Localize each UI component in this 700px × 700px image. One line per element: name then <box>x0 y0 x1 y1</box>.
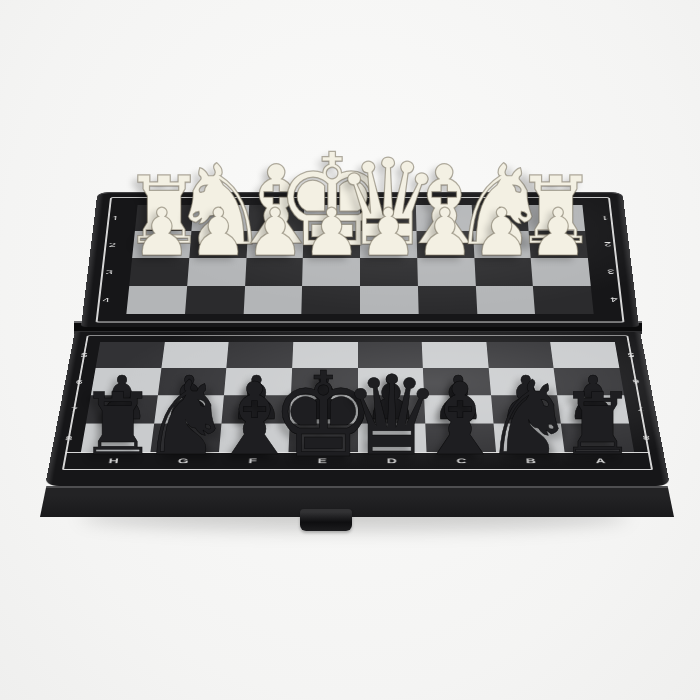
square-g4[interactable] <box>185 286 245 314</box>
piece-white-pawn-e2[interactable]: ♟ <box>302 200 361 266</box>
piece-white-pawn-c2[interactable]: ♟ <box>416 200 475 266</box>
case-front <box>40 486 674 517</box>
piece-white-pawn-d2[interactable]: ♟ <box>359 200 418 266</box>
piece-black-rook-a8[interactable]: ♜ <box>559 381 636 467</box>
piece-white-pawn-a2[interactable]: ♟ <box>529 200 588 266</box>
piece-white-pawn-f2[interactable]: ♟ <box>246 200 305 266</box>
square-e4[interactable] <box>302 286 360 314</box>
rank-label-4-right: 4 <box>591 286 638 314</box>
square-a4[interactable] <box>533 286 594 314</box>
square-b4[interactable] <box>475 286 535 314</box>
case-latch <box>300 509 352 531</box>
photo-background: 1234 1234 5678 5678 HGFEDCBA ♜♞♝♚♛♝♞♜♟♟♟… <box>0 0 700 700</box>
piece-white-pawn-b2[interactable]: ♟ <box>472 200 531 266</box>
piece-white-pawn-h2[interactable]: ♟ <box>132 200 191 266</box>
piece-white-pawn-g2[interactable]: ♟ <box>189 200 248 266</box>
square-c4[interactable] <box>418 286 477 314</box>
square-d4[interactable] <box>360 286 418 314</box>
rank-label-4-left: 4 <box>83 286 130 314</box>
square-h4[interactable] <box>126 286 187 314</box>
square-f4[interactable] <box>243 286 302 314</box>
